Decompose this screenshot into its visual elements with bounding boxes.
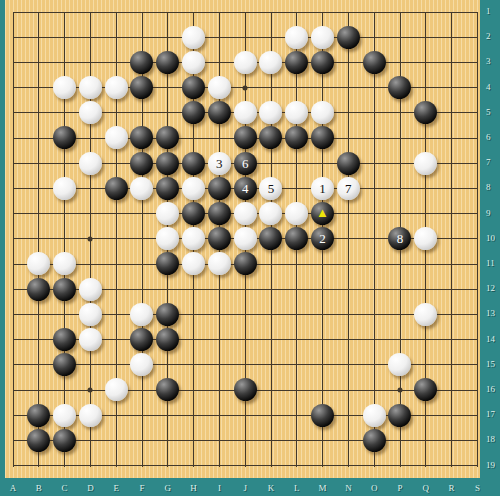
stone-N8[interactable]: 7 — [337, 177, 360, 200]
coord-number: 12 — [486, 283, 495, 293]
stone-Q16[interactable] — [414, 378, 437, 401]
stone-E16[interactable] — [105, 378, 128, 401]
coord-letter: J — [243, 483, 247, 493]
stone-J8[interactable]: 4 — [234, 177, 257, 200]
stone-F3[interactable] — [130, 51, 153, 74]
stone-E6[interactable] — [105, 126, 128, 149]
coord-letter: A — [10, 483, 17, 493]
stone-O17[interactable] — [363, 404, 386, 427]
stone-J3[interactable] — [234, 51, 257, 74]
stone-D17[interactable] — [79, 404, 102, 427]
stone-H8[interactable] — [182, 177, 205, 200]
move-number-label: 3 — [216, 157, 223, 170]
stone-J5[interactable] — [234, 101, 257, 124]
stone-L2[interactable] — [285, 26, 308, 49]
stone-F8[interactable] — [130, 177, 153, 200]
coord-number: 6 — [486, 132, 491, 142]
stone-G16[interactable] — [156, 378, 179, 401]
move-number-label: 1 — [319, 182, 326, 195]
stone-D4[interactable] — [79, 76, 102, 99]
move-number-label: 4 — [242, 182, 249, 195]
stone-F15[interactable] — [130, 353, 153, 376]
coord-number: 10 — [486, 233, 495, 243]
go-game-screenshot: 364517▲28 ABCDEFGHIJKLMNOPQRS 1234567891… — [0, 0, 500, 496]
stone-M8[interactable]: 1 — [311, 177, 334, 200]
stone-C17[interactable] — [53, 404, 76, 427]
stone-I9[interactable] — [208, 202, 231, 225]
stone-C6[interactable] — [53, 126, 76, 149]
coord-letter: Q — [423, 483, 430, 493]
stone-F14[interactable] — [130, 328, 153, 351]
coord-number: 5 — [486, 107, 491, 117]
stone-G10[interactable] — [156, 227, 179, 250]
stone-K10[interactable] — [259, 227, 282, 250]
stone-G7[interactable] — [156, 152, 179, 175]
stone-B11[interactable] — [27, 252, 50, 275]
coord-letter: E — [113, 483, 119, 493]
stone-M3[interactable] — [311, 51, 334, 74]
coord-letter: D — [87, 483, 94, 493]
stone-L6[interactable] — [285, 126, 308, 149]
stone-D5[interactable] — [79, 101, 102, 124]
stone-C15[interactable] — [53, 353, 76, 376]
coord-number: 18 — [486, 434, 495, 444]
stone-C8[interactable] — [53, 177, 76, 200]
coord-number: 8 — [486, 182, 491, 192]
stone-M10[interactable]: 2 — [311, 227, 334, 250]
stone-L3[interactable] — [285, 51, 308, 74]
stone-D14[interactable] — [79, 328, 102, 351]
stone-C18[interactable] — [53, 429, 76, 452]
stone-H11[interactable] — [182, 252, 205, 275]
stone-D13[interactable] — [79, 303, 102, 326]
stone-K6[interactable] — [259, 126, 282, 149]
coord-number: 1 — [486, 6, 491, 16]
stone-G14[interactable] — [156, 328, 179, 351]
stone-B12[interactable] — [27, 278, 50, 301]
stone-J16[interactable] — [234, 378, 257, 401]
stone-J11[interactable] — [234, 252, 257, 275]
coord-number: 7 — [486, 157, 491, 167]
stone-F4[interactable] — [130, 76, 153, 99]
stone-G8[interactable] — [156, 177, 179, 200]
stone-L5[interactable] — [285, 101, 308, 124]
stone-F6[interactable] — [130, 126, 153, 149]
stone-G13[interactable] — [156, 303, 179, 326]
stone-O3[interactable] — [363, 51, 386, 74]
coord-letter: S — [475, 483, 480, 493]
coord-letter: M — [319, 483, 327, 493]
stone-B17[interactable] — [27, 404, 50, 427]
stone-D7[interactable] — [79, 152, 102, 175]
coord-number: 2 — [486, 31, 491, 41]
stone-Q13[interactable] — [414, 303, 437, 326]
stone-N7[interactable] — [337, 152, 360, 175]
stone-J10[interactable] — [234, 227, 257, 250]
stone-P4[interactable] — [388, 76, 411, 99]
coord-letter: K — [268, 483, 275, 493]
stone-I8[interactable] — [208, 177, 231, 200]
stone-J6[interactable] — [234, 126, 257, 149]
coord-letter: B — [36, 483, 42, 493]
stone-I4[interactable] — [208, 76, 231, 99]
coord-number: 9 — [486, 208, 491, 218]
stone-H4[interactable] — [182, 76, 205, 99]
stone-I10[interactable] — [208, 227, 231, 250]
stone-Q5[interactable] — [414, 101, 437, 124]
stone-I7[interactable]: 3 — [208, 152, 231, 175]
coord-letter: F — [139, 483, 144, 493]
stone-P15[interactable] — [388, 353, 411, 376]
stone-E4[interactable] — [105, 76, 128, 99]
stone-L10[interactable] — [285, 227, 308, 250]
stone-M17[interactable] — [311, 404, 334, 427]
coord-letter: R — [449, 483, 455, 493]
stone-C12[interactable] — [53, 278, 76, 301]
stone-O18[interactable] — [363, 429, 386, 452]
stone-D12[interactable] — [79, 278, 102, 301]
coord-number: 16 — [486, 384, 495, 394]
stones-grid: 364517▲28 — [0, 0, 490, 478]
coord-letter: C — [62, 483, 68, 493]
stone-L9[interactable] — [285, 202, 308, 225]
coord-letter: G — [165, 483, 172, 493]
stone-J9[interactable] — [234, 202, 257, 225]
stone-M2[interactable] — [311, 26, 334, 49]
stone-F13[interactable] — [130, 303, 153, 326]
stone-Q10[interactable] — [414, 227, 437, 250]
stone-B18[interactable] — [27, 429, 50, 452]
stone-H7[interactable] — [182, 152, 205, 175]
stone-P17[interactable] — [388, 404, 411, 427]
coord-letter: P — [397, 483, 402, 493]
stone-K8[interactable]: 5 — [259, 177, 282, 200]
move-number-label: 6 — [242, 157, 249, 170]
stone-H2[interactable] — [182, 26, 205, 49]
move-number-label: 8 — [397, 232, 404, 245]
triangle-marker: ▲ — [316, 206, 329, 219]
stone-Q7[interactable] — [414, 152, 437, 175]
coord-letter: O — [371, 483, 378, 493]
coord-number: 4 — [486, 82, 491, 92]
coord-number: 19 — [486, 460, 495, 470]
stone-M5[interactable] — [311, 101, 334, 124]
coord-number: 11 — [486, 258, 495, 268]
stone-C4[interactable] — [53, 76, 76, 99]
coord-number: 17 — [486, 409, 495, 419]
coord-number: 15 — [486, 359, 495, 369]
stone-G3[interactable] — [156, 51, 179, 74]
stone-K3[interactable] — [259, 51, 282, 74]
stone-G9[interactable] — [156, 202, 179, 225]
stone-H5[interactable] — [182, 101, 205, 124]
stone-K9[interactable] — [259, 202, 282, 225]
coord-letter: H — [190, 483, 197, 493]
stone-H10[interactable] — [182, 227, 205, 250]
coord-letter: L — [294, 483, 300, 493]
coord-letter: I — [218, 483, 221, 493]
stone-I11[interactable] — [208, 252, 231, 275]
stone-J7[interactable]: 6 — [234, 152, 257, 175]
stone-P10[interactable]: 8 — [388, 227, 411, 250]
coord-letter: N — [345, 483, 352, 493]
stone-G11[interactable] — [156, 252, 179, 275]
coord-number: 14 — [486, 334, 495, 344]
stone-E8[interactable] — [105, 177, 128, 200]
stone-M9[interactable]: ▲ — [311, 202, 334, 225]
stone-C14[interactable] — [53, 328, 76, 351]
coord-number: 13 — [486, 308, 495, 318]
stone-G6[interactable] — [156, 126, 179, 149]
stone-F7[interactable] — [130, 152, 153, 175]
stone-C11[interactable] — [53, 252, 76, 275]
stone-N2[interactable] — [337, 26, 360, 49]
stone-H3[interactable] — [182, 51, 205, 74]
stone-H9[interactable] — [182, 202, 205, 225]
move-number-label: 5 — [268, 182, 275, 195]
stone-I5[interactable] — [208, 101, 231, 124]
stone-M6[interactable] — [311, 126, 334, 149]
stone-K5[interactable] — [259, 101, 282, 124]
move-number-label: 7 — [345, 182, 352, 195]
move-number-label: 2 — [319, 232, 326, 245]
coord-number: 3 — [486, 56, 491, 66]
